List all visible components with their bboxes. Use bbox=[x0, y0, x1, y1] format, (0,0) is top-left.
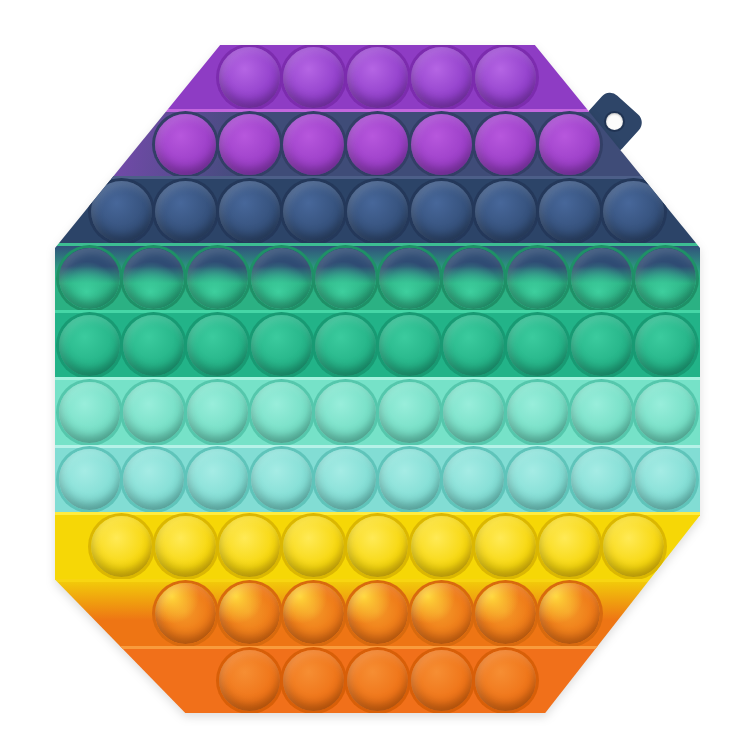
bubble[interactable] bbox=[539, 181, 600, 242]
bubble[interactable] bbox=[187, 248, 248, 309]
bubble[interactable] bbox=[635, 315, 696, 376]
bubble-row-10 bbox=[55, 646, 700, 713]
bubble[interactable] bbox=[187, 315, 248, 376]
bubble[interactable] bbox=[91, 181, 152, 242]
bubble-row-2 bbox=[55, 109, 700, 176]
bubble[interactable] bbox=[219, 583, 280, 644]
bubble[interactable] bbox=[635, 382, 696, 443]
bubble[interactable] bbox=[603, 181, 664, 242]
bubble[interactable] bbox=[475, 650, 536, 711]
pop-it-board-wrap bbox=[55, 45, 700, 713]
bubble[interactable] bbox=[443, 315, 504, 376]
bubble[interactable] bbox=[507, 315, 568, 376]
bubble[interactable] bbox=[155, 583, 216, 644]
bubble[interactable] bbox=[123, 248, 184, 309]
bubble-row-5 bbox=[55, 310, 700, 377]
bubble[interactable] bbox=[539, 516, 600, 577]
bubble[interactable] bbox=[347, 114, 408, 175]
bubble[interactable] bbox=[571, 315, 632, 376]
bubble[interactable] bbox=[411, 516, 472, 577]
bubble[interactable] bbox=[379, 315, 440, 376]
bubble[interactable] bbox=[315, 382, 376, 443]
bubble[interactable] bbox=[59, 248, 120, 309]
bubble[interactable] bbox=[219, 181, 280, 242]
bubble[interactable] bbox=[571, 248, 632, 309]
bubble-row-4 bbox=[55, 243, 700, 310]
bubble[interactable] bbox=[315, 248, 376, 309]
bubble-row-8 bbox=[55, 512, 700, 579]
bubble[interactable] bbox=[347, 47, 408, 108]
bubble[interactable] bbox=[347, 583, 408, 644]
bubble[interactable] bbox=[315, 315, 376, 376]
bubble[interactable] bbox=[571, 449, 632, 510]
bubble-row-6 bbox=[55, 377, 700, 444]
bubble[interactable] bbox=[539, 583, 600, 644]
bubble[interactable] bbox=[347, 650, 408, 711]
bubble[interactable] bbox=[59, 382, 120, 443]
bubble[interactable] bbox=[475, 47, 536, 108]
keychain-hole-icon bbox=[606, 113, 623, 130]
bubble[interactable] bbox=[91, 516, 152, 577]
bubble[interactable] bbox=[187, 382, 248, 443]
bubble[interactable] bbox=[315, 449, 376, 510]
bubble[interactable] bbox=[603, 516, 664, 577]
bubble[interactable] bbox=[251, 248, 312, 309]
bubble[interactable] bbox=[251, 382, 312, 443]
bubble[interactable] bbox=[219, 47, 280, 108]
bubble[interactable] bbox=[475, 516, 536, 577]
bubble[interactable] bbox=[283, 516, 344, 577]
bubble[interactable] bbox=[507, 449, 568, 510]
bubble[interactable] bbox=[251, 449, 312, 510]
bubble[interactable] bbox=[347, 181, 408, 242]
bubble[interactable] bbox=[635, 248, 696, 309]
bubble[interactable] bbox=[155, 114, 216, 175]
bubble[interactable] bbox=[539, 114, 600, 175]
bubble[interactable] bbox=[379, 382, 440, 443]
bubble[interactable] bbox=[251, 315, 312, 376]
bubble[interactable] bbox=[283, 583, 344, 644]
bubble-row-1 bbox=[55, 45, 700, 109]
bubble[interactable] bbox=[443, 449, 504, 510]
bubble[interactable] bbox=[411, 114, 472, 175]
bubble[interactable] bbox=[411, 47, 472, 108]
product-photo-canvas bbox=[0, 0, 750, 750]
bubble-row-9 bbox=[55, 579, 700, 646]
bubble[interactable] bbox=[411, 181, 472, 242]
bubble[interactable] bbox=[123, 382, 184, 443]
bubble[interactable] bbox=[475, 114, 536, 175]
bubble[interactable] bbox=[411, 650, 472, 711]
bubble[interactable] bbox=[219, 516, 280, 577]
bubble[interactable] bbox=[635, 449, 696, 510]
bubble[interactable] bbox=[475, 583, 536, 644]
bubble[interactable] bbox=[347, 516, 408, 577]
bubble[interactable] bbox=[379, 449, 440, 510]
bubble[interactable] bbox=[443, 382, 504, 443]
bubble[interactable] bbox=[187, 449, 248, 510]
bubble[interactable] bbox=[283, 650, 344, 711]
bubble[interactable] bbox=[507, 248, 568, 309]
bubble[interactable] bbox=[379, 248, 440, 309]
bubble[interactable] bbox=[219, 114, 280, 175]
bubble[interactable] bbox=[443, 248, 504, 309]
bubble[interactable] bbox=[123, 449, 184, 510]
bubble-row-7 bbox=[55, 445, 700, 512]
bubble[interactable] bbox=[219, 650, 280, 711]
bubble[interactable] bbox=[571, 382, 632, 443]
bubble[interactable] bbox=[411, 583, 472, 644]
bubble[interactable] bbox=[475, 181, 536, 242]
bubble[interactable] bbox=[155, 516, 216, 577]
pop-it-board bbox=[55, 45, 700, 713]
bubble[interactable] bbox=[507, 382, 568, 443]
bubble[interactable] bbox=[283, 114, 344, 175]
bubble[interactable] bbox=[155, 181, 216, 242]
bubble[interactable] bbox=[283, 47, 344, 108]
bubble[interactable] bbox=[59, 315, 120, 376]
bubble[interactable] bbox=[59, 449, 120, 510]
bubble[interactable] bbox=[123, 315, 184, 376]
bubble[interactable] bbox=[283, 181, 344, 242]
bubble-row-3 bbox=[55, 176, 700, 243]
